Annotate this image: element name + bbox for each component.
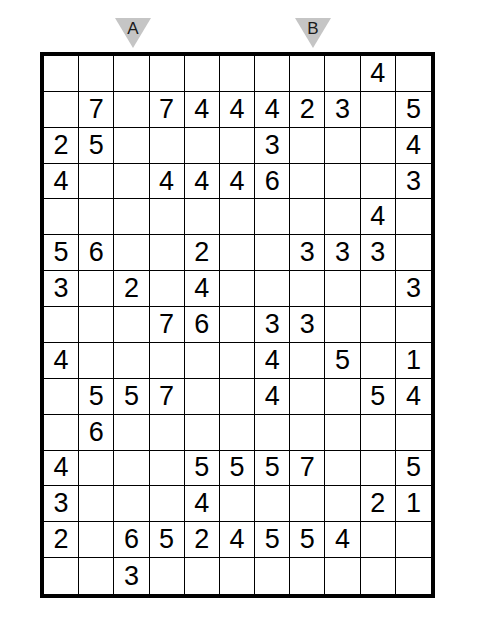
- grid-cell[interactable]: [44, 415, 79, 451]
- grid-cell-clue: 5: [396, 92, 431, 128]
- grid-cell[interactable]: [79, 307, 114, 343]
- grid-cell[interactable]: [325, 415, 360, 451]
- grid-cell[interactable]: [220, 128, 255, 164]
- grid-cell[interactable]: [114, 451, 149, 487]
- grid-cell-clue: 3: [44, 486, 79, 522]
- grid-cell[interactable]: [220, 56, 255, 92]
- grid-cell[interactable]: [396, 56, 431, 92]
- grid-cell[interactable]: [185, 558, 220, 594]
- grid-cell[interactable]: [114, 128, 149, 164]
- marker-a: A: [115, 18, 151, 48]
- grid-cell[interactable]: [150, 199, 185, 235]
- grid-cell[interactable]: [361, 92, 396, 128]
- grid-cell[interactable]: [325, 486, 360, 522]
- grid-cell[interactable]: [255, 486, 290, 522]
- grid-cell-clue: 4: [361, 56, 396, 92]
- grid-cell-clue: 3: [44, 271, 79, 307]
- grid-cell[interactable]: [185, 56, 220, 92]
- grid-cell[interactable]: [150, 415, 185, 451]
- grid-cell[interactable]: [396, 307, 431, 343]
- grid-cell[interactable]: [290, 486, 325, 522]
- grid-cell[interactable]: [396, 415, 431, 451]
- grid-cell-clue: 4: [396, 379, 431, 415]
- grid-cell-clue: 7: [150, 307, 185, 343]
- grid-cell[interactable]: [290, 558, 325, 594]
- grid-cell-clue: 4: [150, 164, 185, 200]
- grid-cell[interactable]: [290, 199, 325, 235]
- marker-a-label: A: [115, 19, 151, 38]
- grid-cell[interactable]: [220, 235, 255, 271]
- grid-cell[interactable]: [325, 451, 360, 487]
- grid-cell[interactable]: [290, 415, 325, 451]
- grid-cell[interactable]: [79, 451, 114, 487]
- grid-cell[interactable]: [290, 164, 325, 200]
- grid-cell[interactable]: [150, 451, 185, 487]
- grid-cell-clue: 4: [220, 522, 255, 558]
- grid-cell[interactable]: [79, 522, 114, 558]
- grid-cell[interactable]: [325, 199, 360, 235]
- grid-cell-clue: 4: [220, 164, 255, 200]
- grid-cell[interactable]: [79, 558, 114, 594]
- grid-cell-clue: 3: [396, 164, 431, 200]
- grid-cell[interactable]: [114, 92, 149, 128]
- grid-cell-clue: 3: [255, 128, 290, 164]
- grid-cell[interactable]: [44, 558, 79, 594]
- grid-cell-clue: 6: [79, 235, 114, 271]
- grid-cell[interactable]: [396, 199, 431, 235]
- grid-cell-clue: 7: [79, 92, 114, 128]
- grid-cell-clue: 7: [150, 379, 185, 415]
- grid-cell-clue: 5: [79, 128, 114, 164]
- grid-cell[interactable]: [255, 558, 290, 594]
- grid-cell-clue: 2: [185, 522, 220, 558]
- grid-cell[interactable]: [79, 56, 114, 92]
- grid-cell[interactable]: [114, 199, 149, 235]
- grid-cell[interactable]: [396, 558, 431, 594]
- grid-cell[interactable]: [396, 522, 431, 558]
- grid-cell[interactable]: [114, 415, 149, 451]
- grid-cell[interactable]: [361, 164, 396, 200]
- grid-cell-clue: 4: [361, 199, 396, 235]
- grid-cell-clue: 4: [220, 92, 255, 128]
- grid-cell[interactable]: [220, 343, 255, 379]
- grid-cell[interactable]: [114, 343, 149, 379]
- grid-cell[interactable]: [79, 343, 114, 379]
- puzzle-board: 4774442352534444463456233332437633445155…: [40, 52, 435, 598]
- grid-cell[interactable]: [290, 343, 325, 379]
- grid-cell[interactable]: [114, 56, 149, 92]
- grid-cell-clue: 5: [255, 451, 290, 487]
- grid-cell-clue: 5: [114, 379, 149, 415]
- grid-cell[interactable]: [290, 271, 325, 307]
- grid-cell[interactable]: [79, 271, 114, 307]
- grid-cell-clue: 4: [255, 379, 290, 415]
- grid-cell-clue: 4: [255, 343, 290, 379]
- grid-cell-clue: 5: [150, 522, 185, 558]
- marker-b-label: B: [295, 19, 331, 38]
- grid-cell-clue: 1: [396, 486, 431, 522]
- grid-cell-clue: 5: [290, 522, 325, 558]
- grid-cell-clue: 5: [220, 451, 255, 487]
- grid-cell[interactable]: [220, 307, 255, 343]
- grid-cell[interactable]: [325, 128, 360, 164]
- grid-cell[interactable]: [220, 271, 255, 307]
- grid-cell[interactable]: [150, 343, 185, 379]
- grid-cell[interactable]: [255, 235, 290, 271]
- grid-cell[interactable]: [220, 199, 255, 235]
- grid-cell[interactable]: [396, 235, 431, 271]
- grid-cell-clue: 2: [185, 235, 220, 271]
- grid-cell-clue: 3: [290, 307, 325, 343]
- grid-cell[interactable]: [290, 379, 325, 415]
- grid-cell[interactable]: [325, 558, 360, 594]
- grid-cell-clue: 4: [396, 128, 431, 164]
- grid-cell-clue: 4: [185, 164, 220, 200]
- grid-cell[interactable]: [361, 558, 396, 594]
- grid-cell[interactable]: [361, 415, 396, 451]
- grid-cell-clue: 5: [396, 451, 431, 487]
- grid-cell-clue: 4: [185, 271, 220, 307]
- grid-cell[interactable]: [44, 199, 79, 235]
- grid-cell[interactable]: [361, 451, 396, 487]
- grid-cell[interactable]: [361, 343, 396, 379]
- grid-cell[interactable]: [361, 271, 396, 307]
- grid-cell[interactable]: [114, 164, 149, 200]
- grid-cell-clue: 2: [114, 271, 149, 307]
- grid-cell-clue: 5: [361, 379, 396, 415]
- grid-cell[interactable]: [361, 128, 396, 164]
- grid-cell-clue: 7: [150, 92, 185, 128]
- grid-cell-clue: 3: [325, 92, 360, 128]
- grid-cell[interactable]: [79, 486, 114, 522]
- grid-cell-clue: 5: [255, 522, 290, 558]
- marker-b: B: [295, 18, 331, 48]
- grid-cell[interactable]: [185, 343, 220, 379]
- grid-cell[interactable]: [150, 558, 185, 594]
- puzzle-page: A B 477444235253444446345623333243763344…: [0, 0, 482, 639]
- grid-cell-clue: 3: [255, 307, 290, 343]
- grid-cell-clue: 6: [114, 522, 149, 558]
- grid-cell-clue: 1: [396, 343, 431, 379]
- grid-cell[interactable]: [150, 235, 185, 271]
- grid-cell[interactable]: [150, 486, 185, 522]
- grid-cell[interactable]: [44, 56, 79, 92]
- grid-cell-clue: 3: [361, 235, 396, 271]
- grid-cell[interactable]: [255, 415, 290, 451]
- grid-cell[interactable]: [185, 199, 220, 235]
- grid-cell[interactable]: [325, 379, 360, 415]
- grid-cell[interactable]: [44, 92, 79, 128]
- grid-cell[interactable]: [255, 56, 290, 92]
- grid-cell[interactable]: [220, 379, 255, 415]
- grid-cell[interactable]: [185, 379, 220, 415]
- grid-cell[interactable]: [79, 199, 114, 235]
- grid-cell-clue: 4: [44, 451, 79, 487]
- grid-cell[interactable]: [150, 56, 185, 92]
- grid-cell[interactable]: [361, 307, 396, 343]
- grid-cell[interactable]: [325, 56, 360, 92]
- grid-cell[interactable]: [44, 379, 79, 415]
- grid-cell[interactable]: [185, 128, 220, 164]
- grid-cell[interactable]: [290, 128, 325, 164]
- grid-cell-clue: 3: [290, 235, 325, 271]
- grid-cell[interactable]: [255, 199, 290, 235]
- grid-cell-clue: 5: [79, 379, 114, 415]
- grid-cell-clue: 3: [114, 558, 149, 594]
- grid-cell-clue: 2: [44, 128, 79, 164]
- grid-cell-clue: 2: [361, 486, 396, 522]
- grid-cell-clue: 4: [185, 486, 220, 522]
- grid-cell-clue: 3: [396, 271, 431, 307]
- grid-cell[interactable]: [114, 235, 149, 271]
- grid-cell[interactable]: [290, 56, 325, 92]
- grid-cell[interactable]: [185, 415, 220, 451]
- grid-cell-clue: 6: [79, 415, 114, 451]
- grid-cell-clue: 4: [44, 343, 79, 379]
- grid-cell-clue: 7: [290, 451, 325, 487]
- grid-cell-clue: 5: [325, 343, 360, 379]
- grid-cell-clue: 5: [44, 235, 79, 271]
- grid-cell-clue: 2: [290, 92, 325, 128]
- grid-cell[interactable]: [150, 271, 185, 307]
- grid-cell-clue: 3: [325, 235, 360, 271]
- grid-cell[interactable]: [220, 415, 255, 451]
- grid-cell-clue: 2: [44, 522, 79, 558]
- grid-cell[interactable]: [255, 271, 290, 307]
- grid-cell-clue: 4: [255, 92, 290, 128]
- grid-cell[interactable]: [150, 128, 185, 164]
- grid-cell[interactable]: [325, 164, 360, 200]
- grid-cell[interactable]: [114, 486, 149, 522]
- grid-cell[interactable]: [325, 307, 360, 343]
- grid-cell[interactable]: [220, 486, 255, 522]
- grid-cell[interactable]: [325, 271, 360, 307]
- grid-cell[interactable]: [361, 522, 396, 558]
- grid-cell-clue: 4: [44, 164, 79, 200]
- grid-cell-clue: 4: [325, 522, 360, 558]
- grid-cell-clue: 5: [185, 451, 220, 487]
- grid-cell-clue: 6: [255, 164, 290, 200]
- grid-cell-clue: 6: [185, 307, 220, 343]
- grid-cell[interactable]: [114, 307, 149, 343]
- grid-cell[interactable]: [44, 307, 79, 343]
- grid-cell[interactable]: [220, 558, 255, 594]
- grid-cell[interactable]: [79, 164, 114, 200]
- grid-cell-clue: 4: [185, 92, 220, 128]
